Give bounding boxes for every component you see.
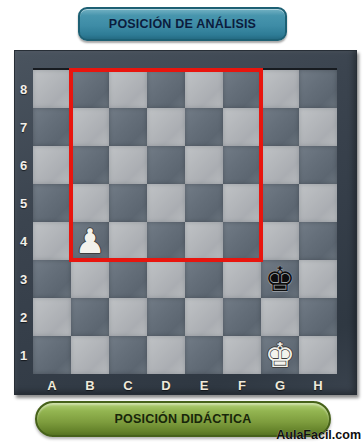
square-a1 <box>33 336 71 374</box>
square-g7 <box>261 108 299 146</box>
square-d1 <box>147 336 185 374</box>
square-d3 <box>147 260 185 298</box>
square-c7 <box>109 108 147 146</box>
square-h2 <box>299 298 337 336</box>
black-king-g3: ♚ <box>261 260 299 298</box>
square-b4: ♟ <box>71 222 109 260</box>
file-label-c: C <box>109 376 147 394</box>
square-b2 <box>71 298 109 336</box>
square-h3 <box>299 260 337 298</box>
square-f4 <box>223 222 261 260</box>
square-d7 <box>147 108 185 146</box>
square-e4 <box>185 222 223 260</box>
file-label-d: D <box>147 376 185 394</box>
square-d6 <box>147 146 185 184</box>
square-c1 <box>109 336 147 374</box>
chess-board-frame: ♟♚♚ 87654321ABCDEFGH <box>14 50 357 395</box>
file-label-a: A <box>33 376 71 394</box>
square-g1: ♚ <box>261 336 299 374</box>
square-c3 <box>109 260 147 298</box>
square-b5 <box>71 184 109 222</box>
square-a6 <box>33 146 71 184</box>
square-h6 <box>299 146 337 184</box>
header-title: POSICIÓN DE ANÁLISIS <box>109 17 256 31</box>
analysis-diagram: POSICIÓN DE ANÁLISIS ♟♚♚ 87654321ABCDEFG… <box>0 0 364 444</box>
square-g8 <box>261 70 299 108</box>
square-h1 <box>299 336 337 374</box>
square-g6 <box>261 146 299 184</box>
square-e6 <box>185 146 223 184</box>
square-h8 <box>299 70 337 108</box>
chess-board: ♟♚♚ <box>33 68 337 374</box>
square-e8 <box>185 70 223 108</box>
rank-label-6: 6 <box>14 146 33 184</box>
square-g2 <box>261 298 299 336</box>
watermark: AulaFacil.com <box>276 428 361 442</box>
square-g5 <box>261 184 299 222</box>
square-e7 <box>185 108 223 146</box>
file-label-e: E <box>185 376 223 394</box>
square-c5 <box>109 184 147 222</box>
file-label-h: H <box>299 376 337 394</box>
footer-title: POSICIÓN DIDÁCTICA <box>115 412 252 426</box>
square-a2 <box>33 298 71 336</box>
square-f7 <box>223 108 261 146</box>
rank-label-1: 1 <box>14 336 33 374</box>
square-c6 <box>109 146 147 184</box>
square-a4 <box>33 222 71 260</box>
rank-label-2: 2 <box>14 298 33 336</box>
square-b6 <box>71 146 109 184</box>
file-label-b: B <box>71 376 109 394</box>
square-a3 <box>33 260 71 298</box>
square-a7 <box>33 108 71 146</box>
square-d4 <box>147 222 185 260</box>
square-h4 <box>299 222 337 260</box>
rank-label-3: 3 <box>14 260 33 298</box>
square-c4 <box>109 222 147 260</box>
file-label-f: F <box>223 376 261 394</box>
square-h5 <box>299 184 337 222</box>
square-f2 <box>223 298 261 336</box>
square-f3 <box>223 260 261 298</box>
square-b1 <box>71 336 109 374</box>
header-banner: POSICIÓN DE ANÁLISIS <box>78 7 287 41</box>
square-c8 <box>109 70 147 108</box>
square-f5 <box>223 184 261 222</box>
square-d5 <box>147 184 185 222</box>
square-f1 <box>223 336 261 374</box>
square-d8 <box>147 70 185 108</box>
rank-label-4: 4 <box>14 222 33 260</box>
square-e1 <box>185 336 223 374</box>
rank-label-7: 7 <box>14 108 33 146</box>
square-e5 <box>185 184 223 222</box>
square-h7 <box>299 108 337 146</box>
square-e3 <box>185 260 223 298</box>
white-pawn-b4: ♟ <box>71 222 109 260</box>
file-label-g: G <box>261 376 299 394</box>
rank-label-5: 5 <box>14 184 33 222</box>
square-b8 <box>71 70 109 108</box>
square-b3 <box>71 260 109 298</box>
square-e2 <box>185 298 223 336</box>
square-f6 <box>223 146 261 184</box>
square-c2 <box>109 298 147 336</box>
square-g3: ♚ <box>261 260 299 298</box>
square-b7 <box>71 108 109 146</box>
square-a5 <box>33 184 71 222</box>
square-g4 <box>261 222 299 260</box>
white-king-g1: ♚ <box>261 336 299 374</box>
rank-label-8: 8 <box>14 70 33 108</box>
square-d2 <box>147 298 185 336</box>
square-f8 <box>223 70 261 108</box>
square-a8 <box>33 70 71 108</box>
